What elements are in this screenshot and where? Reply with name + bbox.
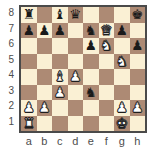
square-b3[interactable] [37,85,53,101]
rank-label-2: 2 [2,98,19,114]
square-b1[interactable] [37,116,53,132]
piece-black-pawn-b7: ♟ [38,23,50,39]
square-c3[interactable]: ♟ [52,85,68,101]
rank-label-3: 3 [2,83,19,99]
square-e3[interactable]: ♞ [83,85,99,101]
piece-white-pawn-b2: ♟ [38,100,50,116]
square-h8[interactable]: ♚ [130,7,146,23]
square-a5[interactable] [21,54,37,70]
rank-label-7: 7 [2,21,19,37]
square-h4[interactable] [130,69,146,85]
square-f1[interactable] [99,116,115,132]
rank-label-6: 6 [2,36,19,52]
piece-white-pawn-c3: ♟ [54,85,66,101]
square-e4[interactable] [83,69,99,85]
square-d3[interactable] [68,85,84,101]
piece-white-queen-f7: ♛ [100,23,112,39]
file-label-b: b [37,133,53,148]
file-label-e: e [83,133,99,148]
square-c1[interactable] [52,116,68,132]
square-h6[interactable]: ♟ [130,38,146,54]
square-a3[interactable] [21,85,37,101]
piece-black-queen-d8: ♛ [69,7,81,23]
piece-black-knight-e7: ♞ [85,23,97,39]
square-h1[interactable] [130,116,146,132]
square-d1[interactable] [68,116,84,132]
square-a4[interactable] [21,69,37,85]
piece-black-pawn-g7: ♟ [116,23,128,39]
piece-white-bishop-c4: ♝ [54,69,66,85]
square-h3[interactable] [130,85,146,101]
square-g5[interactable]: ♞ [114,54,130,70]
piece-white-knight-g5: ♞ [116,54,128,70]
file-labels: abcdefgh [21,133,147,148]
square-d6[interactable] [68,38,84,54]
square-d5[interactable] [68,54,84,70]
square-b8[interactable] [37,7,53,23]
square-f8[interactable] [99,7,115,23]
square-f5[interactable] [99,54,115,70]
square-g2[interactable]: ♟ [114,100,130,116]
piece-black-pawn-c7: ♟ [54,23,66,39]
square-g4[interactable] [114,69,130,85]
square-d7[interactable] [68,23,84,39]
square-c4[interactable]: ♝ [52,69,68,85]
square-d4[interactable]: ♟ [68,69,84,85]
square-h7[interactable] [130,23,146,39]
square-f7[interactable]: ♛ [99,23,115,39]
square-c7[interactable]: ♟ [52,23,68,39]
square-g7[interactable]: ♟ [114,23,130,39]
square-a8[interactable]: ♜ [21,7,37,23]
file-label-d: d [68,133,84,148]
square-g3[interactable] [114,85,130,101]
square-c8[interactable]: ♝ [52,7,68,23]
corner-spacer [2,133,19,148]
piece-black-bishop-c8: ♝ [54,7,66,23]
square-a1[interactable]: ♜ [21,116,37,132]
piece-black-rook-a8: ♜ [23,7,35,23]
square-b7[interactable]: ♟ [37,23,53,39]
piece-white-knight-f6: ♞ [100,38,112,54]
piece-black-pawn-h6: ♟ [131,38,143,54]
square-e5[interactable] [83,54,99,70]
rank-label-8: 8 [2,5,19,21]
rank-label-5: 5 [2,52,19,68]
square-e8[interactable] [83,7,99,23]
square-c5[interactable] [52,54,68,70]
rank-labels: 87654321 [2,5,19,133]
square-g1[interactable]: ♚ [114,116,130,132]
rank-label-4: 4 [2,67,19,83]
file-label-g: g [114,133,130,148]
square-e2[interactable] [83,100,99,116]
square-a7[interactable]: ♟ [21,23,37,39]
square-e1[interactable] [83,116,99,132]
piece-black-knight-e3: ♞ [85,85,97,101]
file-label-a: a [21,133,37,148]
square-a6[interactable] [21,38,37,54]
square-f6[interactable]: ♞ [99,38,115,54]
square-b6[interactable] [37,38,53,54]
file-label-c: c [52,133,68,148]
square-b4[interactable] [37,69,53,85]
rank-label-1: 1 [2,114,19,130]
piece-white-pawn-g2: ♟ [116,100,128,116]
square-f2[interactable] [99,100,115,116]
chess-diagram: 87654321 ♜♝♛♚♟♟♟♞♛♟♟♞♟♞♝♟♟♞♟♟♟♟♜♚ abcdef… [0,0,147,148]
file-label-h: h [130,133,146,148]
chess-board: ♜♝♛♚♟♟♟♞♛♟♟♞♟♞♝♟♟♞♟♟♟♟♜♚ [19,5,147,133]
piece-white-pawn-h2: ♟ [131,100,143,116]
square-d8[interactable]: ♛ [68,7,84,23]
square-f3[interactable] [99,85,115,101]
piece-white-rook-a1: ♜ [23,116,35,132]
piece-black-pawn-e6: ♟ [85,38,97,54]
square-h2[interactable]: ♟ [130,100,146,116]
square-g8[interactable] [114,7,130,23]
piece-white-pawn-a2: ♟ [23,100,35,116]
square-c2[interactable] [52,100,68,116]
file-label-f: f [99,133,115,148]
square-e6[interactable]: ♟ [83,38,99,54]
piece-white-pawn-d4: ♟ [69,69,81,85]
square-b2[interactable]: ♟ [37,100,53,116]
square-c6[interactable] [52,38,68,54]
piece-black-king-h8: ♚ [131,7,143,23]
square-f4[interactable] [99,69,115,85]
square-a2[interactable]: ♟ [21,100,37,116]
square-b5[interactable] [37,54,53,70]
piece-white-king-g1: ♚ [116,116,128,132]
square-d2[interactable] [68,100,84,116]
piece-black-pawn-a7: ♟ [23,23,35,39]
square-e7[interactable]: ♞ [83,23,99,39]
square-h5[interactable] [130,54,146,70]
square-g6[interactable] [114,38,130,54]
